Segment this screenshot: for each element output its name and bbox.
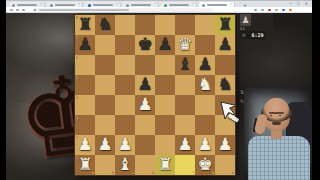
square-d3[interactable] (135, 115, 155, 135)
address-bar[interactable] (32, 8, 212, 12)
piece-wp-d4[interactable]: ♟ (135, 95, 155, 115)
square-a3[interactable]: 3 (75, 115, 95, 135)
square-f3[interactable] (175, 115, 195, 135)
file-label: d (152, 171, 154, 175)
extension-icon[interactable] (282, 9, 285, 12)
player-panel: ♟ 1:1 ⏱ 6:29 (237, 13, 273, 58)
square-f4[interactable] (175, 95, 195, 115)
square-g7[interactable] (195, 35, 215, 55)
square-g4[interactable] (195, 95, 215, 115)
square-g2[interactable]: ♟ (195, 135, 215, 155)
forward-icon[interactable] (16, 9, 19, 12)
stream-scene: ♚ 8♜♞♜7♟♚♟♛♟6♝♟5♟♞♞4♟32♟♟♟♟♟♟1a♜bc♝de♜fg… (6, 13, 312, 180)
extension-icon[interactable] (275, 9, 278, 12)
clock-time: 6:29 (251, 33, 263, 39)
piece-wp-a2[interactable]: ♟ (75, 135, 95, 155)
square-c7[interactable] (115, 35, 135, 55)
square-f5[interactable] (175, 75, 195, 95)
square-g8[interactable] (195, 15, 215, 35)
piece-wp-b2[interactable]: ♟ (95, 135, 115, 155)
player-avatar-pawn-icon: ♟ (240, 14, 251, 26)
square-a2[interactable]: 2♟ (75, 135, 95, 155)
square-e2[interactable] (155, 135, 175, 155)
square-h2[interactable]: ♟ (215, 135, 235, 155)
piece-bn-b8[interactable]: ♞ (95, 15, 115, 35)
square-e7[interactable]: ♟ (155, 35, 175, 55)
piece-bp-a7[interactable]: ♟ (75, 35, 95, 55)
square-g5[interactable]: ♞ (195, 75, 215, 95)
square-a1[interactable]: 1a♜ (75, 155, 95, 175)
square-e6[interactable] (155, 55, 175, 75)
square-g6[interactable]: ♟ (195, 55, 215, 75)
square-h6[interactable] (215, 55, 235, 75)
square-d7[interactable]: ♚ (135, 35, 155, 55)
tab-title (169, 4, 189, 6)
streamer-shirt (248, 136, 310, 180)
square-c5[interactable] (115, 75, 135, 95)
square-f8[interactable] (175, 15, 195, 35)
piece-br-a8[interactable]: ♜ (75, 15, 95, 35)
webcam-overlay (244, 88, 312, 180)
url-text (39, 9, 129, 10)
square-d6[interactable] (135, 55, 155, 75)
square-c8[interactable] (115, 15, 135, 35)
square-a5[interactable]: 5 (75, 75, 95, 95)
square-c4[interactable] (115, 95, 135, 115)
rank-label: 4 (76, 96, 78, 100)
square-g1[interactable]: g♚ (195, 155, 215, 175)
square-d2[interactable] (135, 135, 155, 155)
tab-title (55, 4, 75, 6)
piece-wq-f7[interactable]: ♛ (175, 35, 195, 55)
file-label: h (232, 171, 234, 175)
piece-bk-d7[interactable]: ♚ (135, 35, 155, 55)
tab-close-icon[interactable]: × (116, 3, 118, 6)
square-b1[interactable]: b (95, 155, 115, 175)
square-b5[interactable] (95, 75, 115, 95)
square-e1[interactable]: e♜ (155, 155, 175, 175)
browser-window: ×××××× + ─ □ ✕ ♚ 8♜♞♜7♟♚♟♛♟6♝♟5♟♞♞4♟32♟♟… (6, 0, 312, 180)
piece-bb-f6[interactable]: ♝ (175, 55, 195, 75)
square-a8[interactable]: 8♜ (75, 15, 95, 35)
browser-tab-strip: ×××××× + ─ □ ✕ (6, 0, 312, 7)
square-f7[interactable]: ♛ (175, 35, 195, 55)
tab-title (131, 4, 151, 6)
piece-wp-h2[interactable]: ♟ (215, 135, 235, 155)
square-d4[interactable]: ♟ (135, 95, 155, 115)
tab-close-icon[interactable]: × (78, 3, 80, 6)
square-e8[interactable] (155, 15, 175, 35)
piece-wp-c2[interactable]: ♟ (115, 135, 135, 155)
piece-bp-g6[interactable]: ♟ (195, 55, 215, 75)
square-d8[interactable] (135, 15, 155, 35)
square-f6[interactable]: ♝ (175, 55, 195, 75)
square-e5[interactable] (155, 75, 175, 95)
video-frame: ×××××× + ─ □ ✕ ♚ 8♜♞♜7♟♚♟♛♟6♝♟5♟♞♞4♟32♟♟… (0, 0, 320, 180)
rank-label: 5 (76, 76, 78, 80)
streamer-brow (269, 112, 284, 114)
file-label: b (112, 171, 114, 175)
piece-wp-f2[interactable]: ♟ (175, 135, 195, 155)
lock-icon (34, 9, 36, 11)
square-b3[interactable] (95, 115, 115, 135)
square-b8[interactable]: ♞ (95, 15, 115, 35)
square-c2[interactable]: ♟ (115, 135, 135, 155)
piece-bp-h7[interactable]: ♟ (215, 35, 235, 55)
piece-bp-e7[interactable]: ♟ (155, 35, 175, 55)
extension-icon[interactable] (261, 9, 264, 12)
square-e3[interactable] (155, 115, 175, 135)
square-f2[interactable]: ♟ (175, 135, 195, 155)
extension-icon[interactable] (254, 9, 257, 12)
chess-board[interactable]: 8♜♞♜7♟♚♟♛♟6♝♟5♟♞♞4♟32♟♟♟♟♟♟1a♜bc♝de♜fg♚h (75, 15, 235, 175)
piece-br-h8[interactable]: ♜ (215, 15, 235, 35)
square-e4[interactable] (155, 95, 175, 115)
rank-label: 3 (76, 116, 78, 120)
rank-label: 6 (76, 56, 78, 60)
square-b2[interactable]: ♟ (95, 135, 115, 155)
tab-title (207, 4, 227, 6)
square-h1[interactable]: h (215, 155, 235, 175)
extension-icon[interactable] (268, 9, 271, 12)
square-a7[interactable]: 7♟ (75, 35, 95, 55)
square-h5[interactable]: ♞ (215, 75, 235, 95)
tab-close-icon[interactable]: × (230, 3, 232, 6)
tab-close-icon[interactable]: × (154, 3, 156, 6)
tab-title (17, 4, 37, 6)
piece-wn-g5[interactable]: ♞ (195, 75, 215, 95)
extension-icon[interactable] (289, 9, 292, 12)
player-clock: ⏱ 6:29 (240, 31, 266, 39)
piece-wp-g2[interactable]: ♟ (195, 135, 215, 155)
streamer-mustache (272, 122, 281, 125)
piece-wk-g1[interactable]: ♚ (195, 155, 215, 175)
square-c1[interactable]: c♝ (115, 155, 135, 175)
square-a6[interactable]: 6 (75, 55, 95, 75)
streamer-neck (271, 130, 282, 139)
square-b7[interactable] (95, 35, 115, 55)
timer-icon: ⏱ (242, 33, 246, 38)
tab-close-icon[interactable]: × (192, 3, 194, 6)
reload-icon[interactable] (22, 9, 25, 12)
square-c6[interactable] (115, 55, 135, 75)
square-d5[interactable]: ♟ (135, 75, 155, 95)
piece-wr-e1[interactable]: ♜ (155, 155, 175, 175)
back-icon[interactable] (10, 9, 13, 12)
piece-bn-h5[interactable]: ♞ (215, 75, 235, 95)
square-b4[interactable] (95, 95, 115, 115)
file-label: f (193, 171, 194, 175)
piece-bp-d5[interactable]: ♟ (135, 75, 155, 95)
square-c3[interactable] (115, 115, 135, 135)
square-d1[interactable]: d (135, 155, 155, 175)
tab-title (93, 4, 113, 6)
square-h7[interactable]: ♟ (215, 35, 235, 55)
piece-wb-c1[interactable]: ♝ (115, 155, 135, 175)
tab-close-icon[interactable]: × (40, 3, 42, 6)
square-f1[interactable]: f (175, 155, 195, 175)
piece-wr-a1[interactable]: ♜ (75, 155, 95, 175)
square-a4[interactable]: 4 (75, 95, 95, 115)
square-h8[interactable]: ♜ (215, 15, 235, 35)
square-g3[interactable] (195, 115, 215, 135)
square-b6[interactable] (95, 55, 115, 75)
